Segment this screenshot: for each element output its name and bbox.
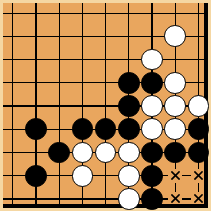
white-stone <box>188 95 210 117</box>
x-mark <box>194 171 203 180</box>
x-mark <box>171 171 180 180</box>
black-stone <box>25 118 47 140</box>
white-stone <box>164 25 186 47</box>
white-stone <box>141 49 163 71</box>
white-stone <box>72 165 94 187</box>
white-stone <box>95 142 117 164</box>
black-stone <box>118 72 140 94</box>
black-stone <box>72 118 94 140</box>
black-stone <box>141 165 163 187</box>
white-stone <box>141 95 163 117</box>
black-stone <box>141 72 163 94</box>
white-stone <box>118 165 140 187</box>
white-stone <box>118 142 140 164</box>
black-stone <box>141 142 163 164</box>
x-mark <box>194 194 203 203</box>
black-stone <box>141 188 163 210</box>
white-stone <box>118 188 140 210</box>
stones-and-marks <box>0 0 211 211</box>
black-stone <box>164 142 186 164</box>
black-stone <box>188 118 210 140</box>
white-stone <box>164 95 186 117</box>
black-stone <box>25 165 47 187</box>
white-stone <box>164 118 186 140</box>
black-stone <box>188 142 210 164</box>
black-stone <box>95 118 117 140</box>
black-stone <box>118 118 140 140</box>
black-stone <box>118 95 140 117</box>
go-board <box>0 0 211 211</box>
white-stone <box>164 72 186 94</box>
white-stone <box>141 118 163 140</box>
white-stone <box>72 142 94 164</box>
x-mark <box>171 194 180 203</box>
black-stone <box>48 142 70 164</box>
